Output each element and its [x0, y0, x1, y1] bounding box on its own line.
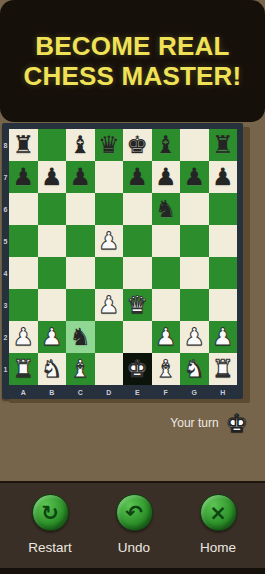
- undo-icon[interactable]: ↶: [116, 494, 153, 531]
- black-pawn-c7[interactable]: ♟: [66, 161, 95, 193]
- square-g2[interactable]: ♟: [180, 321, 209, 353]
- square-h5[interactable]: [209, 225, 238, 257]
- rank-label-4: 4: [2, 257, 9, 289]
- black-rook-a8[interactable]: ♜: [9, 129, 38, 161]
- turn-status: Your turn ♚: [170, 406, 248, 440]
- square-h7[interactable]: ♟: [209, 161, 238, 193]
- square-e5[interactable]: [123, 225, 152, 257]
- square-f2[interactable]: ♟: [152, 321, 181, 353]
- square-c7[interactable]: ♟: [66, 161, 95, 193]
- black-knight-c2[interactable]: ♞: [66, 321, 95, 353]
- title-banner: BECOME REAL CHESS MASTER!: [0, 0, 265, 122]
- square-e2[interactable]: [123, 321, 152, 353]
- square-h6[interactable]: [209, 193, 238, 225]
- square-f4[interactable]: [152, 257, 181, 289]
- white-pawn-h2[interactable]: ♟: [209, 321, 238, 353]
- white-pawn-d3[interactable]: ♟: [95, 289, 124, 321]
- square-f7[interactable]: ♟: [152, 161, 181, 193]
- rank-label-6: 6: [2, 193, 9, 225]
- square-e6[interactable]: [123, 193, 152, 225]
- square-a2[interactable]: ♟: [9, 321, 38, 353]
- square-b2[interactable]: ♟: [38, 321, 67, 353]
- black-bishop-f8[interactable]: ♝: [152, 129, 181, 161]
- rank-labels: 87654321: [2, 129, 9, 385]
- white-pawn-f2[interactable]: ♟: [152, 321, 181, 353]
- square-a7[interactable]: ♟: [9, 161, 38, 193]
- square-e4[interactable]: [123, 257, 152, 289]
- page-title: BECOME REAL CHESS MASTER!: [24, 31, 242, 92]
- square-c5[interactable]: [66, 225, 95, 257]
- black-pawn-f7[interactable]: ♟: [152, 161, 181, 193]
- black-bishop-c8[interactable]: ♝: [66, 129, 95, 161]
- rank-label-2: 2: [2, 321, 9, 353]
- white-knight-g1[interactable]: ♞: [180, 353, 209, 385]
- title-line-2: CHESS MASTER!: [24, 61, 242, 91]
- square-e7[interactable]: ♟: [123, 161, 152, 193]
- file-label-a: A: [9, 386, 38, 398]
- home-button-label: Home: [200, 540, 236, 555]
- black-rook-h8[interactable]: ♜: [209, 129, 238, 161]
- restart-icon[interactable]: ↻: [32, 494, 69, 531]
- square-d4[interactable]: [95, 257, 124, 289]
- black-pawn-a7[interactable]: ♟: [9, 161, 38, 193]
- square-f5[interactable]: [152, 225, 181, 257]
- file-labels: ABCDEFGH: [9, 386, 237, 398]
- file-label-d: D: [95, 386, 124, 398]
- square-c4[interactable]: [66, 257, 95, 289]
- black-pawn-e7[interactable]: ♟: [123, 161, 152, 193]
- square-b8[interactable]: [38, 129, 67, 161]
- rank-label-8: 8: [2, 129, 9, 161]
- square-g4[interactable]: [180, 257, 209, 289]
- black-pawn-g7[interactable]: ♟: [180, 161, 209, 193]
- white-king-icon: ♚: [226, 411, 248, 436]
- rank-label-5: 5: [2, 225, 9, 257]
- white-pawn-b2[interactable]: ♟: [38, 321, 67, 353]
- undo-button[interactable]: ↶ Undo: [104, 494, 164, 574]
- restart-button[interactable]: ↻ Restart: [20, 494, 80, 574]
- square-a8[interactable]: ♜: [9, 129, 38, 161]
- square-a3[interactable]: [9, 289, 38, 321]
- square-a1[interactable]: ♜: [9, 353, 38, 385]
- square-g6[interactable]: [180, 193, 209, 225]
- chess-board: 87654321 ♜♝♛♚♝♜♟♟♟♟♟♟♟♞♟♟♛♟♟♞♟♟♟♜♞♝♚♝♞♜ …: [2, 123, 243, 399]
- square-f3[interactable]: [152, 289, 181, 321]
- square-d6[interactable]: [95, 193, 124, 225]
- home-button[interactable]: × Home: [188, 494, 248, 574]
- file-label-h: H: [209, 386, 238, 398]
- black-king-e8[interactable]: ♚: [123, 129, 152, 161]
- square-a4[interactable]: [9, 257, 38, 289]
- square-f1[interactable]: ♝: [152, 353, 181, 385]
- square-c3[interactable]: [66, 289, 95, 321]
- white-king-e1[interactable]: ♚: [123, 353, 152, 385]
- black-knight-f6[interactable]: ♞: [152, 193, 181, 225]
- square-d1[interactable]: [95, 353, 124, 385]
- square-e3[interactable]: ♛: [123, 289, 152, 321]
- restart-button-label: Restart: [28, 540, 72, 555]
- white-rook-h1[interactable]: ♜: [209, 353, 238, 385]
- square-h4[interactable]: [209, 257, 238, 289]
- square-e1[interactable]: ♚: [123, 353, 152, 385]
- square-b6[interactable]: [38, 193, 67, 225]
- square-h1[interactable]: ♜: [209, 353, 238, 385]
- turn-status-label: Your turn: [170, 416, 218, 430]
- file-label-c: C: [66, 386, 95, 398]
- toolbar: ↻ Restart ↶ Undo × Home: [0, 481, 265, 574]
- square-d5[interactable]: ♟: [95, 225, 124, 257]
- rank-label-1: 1: [2, 353, 9, 385]
- square-h2[interactable]: ♟: [209, 321, 238, 353]
- square-d7[interactable]: [95, 161, 124, 193]
- square-h3[interactable]: [209, 289, 238, 321]
- rank-label-7: 7: [2, 161, 9, 193]
- black-pawn-b7[interactable]: ♟: [38, 161, 67, 193]
- square-e8[interactable]: ♚: [123, 129, 152, 161]
- board-grid: ♜♝♛♚♝♜♟♟♟♟♟♟♟♞♟♟♛♟♟♞♟♟♟♜♞♝♚♝♞♜: [9, 129, 237, 385]
- white-pawn-a2[interactable]: ♟: [9, 321, 38, 353]
- square-b1[interactable]: ♞: [38, 353, 67, 385]
- file-label-f: F: [152, 386, 181, 398]
- square-g5[interactable]: [180, 225, 209, 257]
- square-c2[interactable]: ♞: [66, 321, 95, 353]
- black-pawn-h7[interactable]: ♟: [209, 161, 238, 193]
- square-b7[interactable]: ♟: [38, 161, 67, 193]
- square-c1[interactable]: ♝: [66, 353, 95, 385]
- square-c6[interactable]: [66, 193, 95, 225]
- square-g8[interactable]: [180, 129, 209, 161]
- bottom-edge-strip: [0, 568, 265, 574]
- square-f8[interactable]: ♝: [152, 129, 181, 161]
- square-g7[interactable]: ♟: [180, 161, 209, 193]
- square-a5[interactable]: [9, 225, 38, 257]
- white-bishop-c1[interactable]: ♝: [66, 353, 95, 385]
- white-rook-a1[interactable]: ♜: [9, 353, 38, 385]
- close-icon[interactable]: ×: [200, 494, 237, 531]
- title-line-1: BECOME REAL: [24, 31, 242, 61]
- square-c8[interactable]: ♝: [66, 129, 95, 161]
- white-queen-e3[interactable]: ♛: [123, 289, 152, 321]
- white-pawn-g2[interactable]: ♟: [180, 321, 209, 353]
- square-a6[interactable]: [9, 193, 38, 225]
- square-b4[interactable]: [38, 257, 67, 289]
- file-label-e: E: [123, 386, 152, 398]
- undo-button-label: Undo: [118, 540, 150, 555]
- square-h8[interactable]: ♜: [209, 129, 238, 161]
- square-g3[interactable]: [180, 289, 209, 321]
- square-g1[interactable]: ♞: [180, 353, 209, 385]
- square-b3[interactable]: [38, 289, 67, 321]
- white-knight-b1[interactable]: ♞: [38, 353, 67, 385]
- square-d3[interactable]: ♟: [95, 289, 124, 321]
- white-pawn-d5[interactable]: ♟: [95, 225, 124, 257]
- rank-label-3: 3: [2, 289, 9, 321]
- white-bishop-f1[interactable]: ♝: [152, 353, 181, 385]
- square-f6[interactable]: ♞: [152, 193, 181, 225]
- square-d8[interactable]: ♛: [95, 129, 124, 161]
- black-queen-d8[interactable]: ♛: [95, 129, 124, 161]
- square-d2[interactable]: [95, 321, 124, 353]
- file-label-g: G: [180, 386, 209, 398]
- square-b5[interactable]: [38, 225, 67, 257]
- file-label-b: B: [38, 386, 67, 398]
